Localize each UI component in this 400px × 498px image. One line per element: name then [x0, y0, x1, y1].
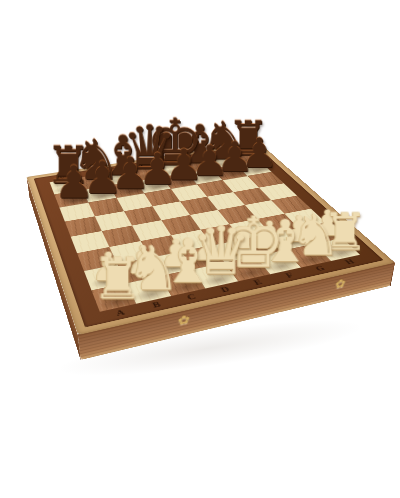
- piece-black-pawn-a7[interactable]: ♟: [54, 160, 94, 205]
- piece-white-rook-a1[interactable]: ♜: [92, 250, 143, 307]
- brass-ornament-icon: ✿: [334, 277, 346, 291]
- product-photo-scene: ABCDEFGH ABCDEFGH 87654321 87654321 ♜♞♝♛…: [0, 0, 400, 498]
- chess-board: ABCDEFGH ABCDEFGH 87654321 87654321 ♜♞♝♛…: [26, 142, 395, 335]
- brass-ornament-icon: ✿: [178, 313, 190, 327]
